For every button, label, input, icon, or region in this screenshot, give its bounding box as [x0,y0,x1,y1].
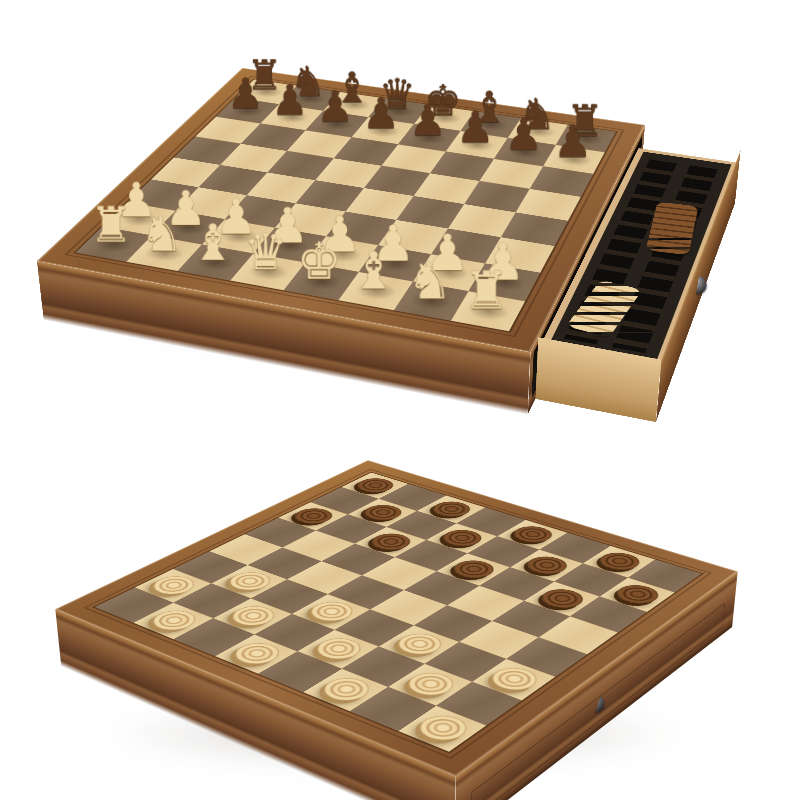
checker-dark[interactable] [534,586,590,612]
checker-dark[interactable] [447,557,502,581]
chess-piece-white-rook[interactable]: ♜ [83,195,139,254]
chess-piece-black-pawn[interactable]: ♟ [266,74,314,125]
chess-box: ♜♞♝♛♚♝♞♜♟♟♟♟♟♟♟♟♟♟♟♟♟♟♟♟♜♞♝♛♚♝♞♜ [37,68,645,352]
chess-piece-white-queen[interactable]: ♛ [237,221,295,282]
chess-piece-black-pawn[interactable]: ♟ [498,107,548,161]
chess-piece-white-bishop[interactable]: ♝ [184,212,241,272]
chess-piece-black-pawn[interactable]: ♟ [221,68,269,119]
dark-checker-stack [646,202,699,256]
chess-piece-white-king[interactable]: ♚ [290,230,348,292]
chess-piece-white-rook[interactable]: ♜ [456,259,516,322]
checker-light[interactable] [227,639,288,668]
chess-piece-black-pawn[interactable]: ♟ [311,81,360,133]
chess-square-a5[interactable] [174,137,241,165]
chess-piece-black-pawn[interactable]: ♟ [403,94,453,147]
chess-piece-white-bishop[interactable]: ♝ [344,240,403,302]
chess-piece-white-knight[interactable]: ♞ [133,204,190,264]
chess-piece-white-knight[interactable]: ♞ [400,249,459,312]
product-photo-page: ♜♞♝♛♚♝♞♜♟♟♟♟♟♟♟♟♟♟♟♟♟♟♟♟♜♞♝♛♚♝♞♜ [0,0,800,800]
chess-piece-black-pawn[interactable]: ♟ [356,87,405,139]
checkers-square-f2[interactable] [342,647,425,687]
chess-piece-black-pawn[interactable]: ♟ [547,114,598,168]
scene-chess-open-drawer: ♜♞♝♛♚♝♞♜♟♟♟♟♟♟♟♟♟♟♟♟♟♟♟♟♜♞♝♛♚♝♞♜ [0,0,800,400]
checker-light[interactable] [145,573,202,598]
checker-light[interactable] [222,569,278,594]
scene-checkers-closed-box [0,400,800,800]
chess-piece-black-pawn[interactable]: ♟ [450,101,500,154]
box-top-face [55,460,737,776]
chess-square-h1[interactable]: ♜ [451,291,525,331]
checkers-square-d4[interactable] [328,575,404,609]
checkers-box [55,460,737,776]
